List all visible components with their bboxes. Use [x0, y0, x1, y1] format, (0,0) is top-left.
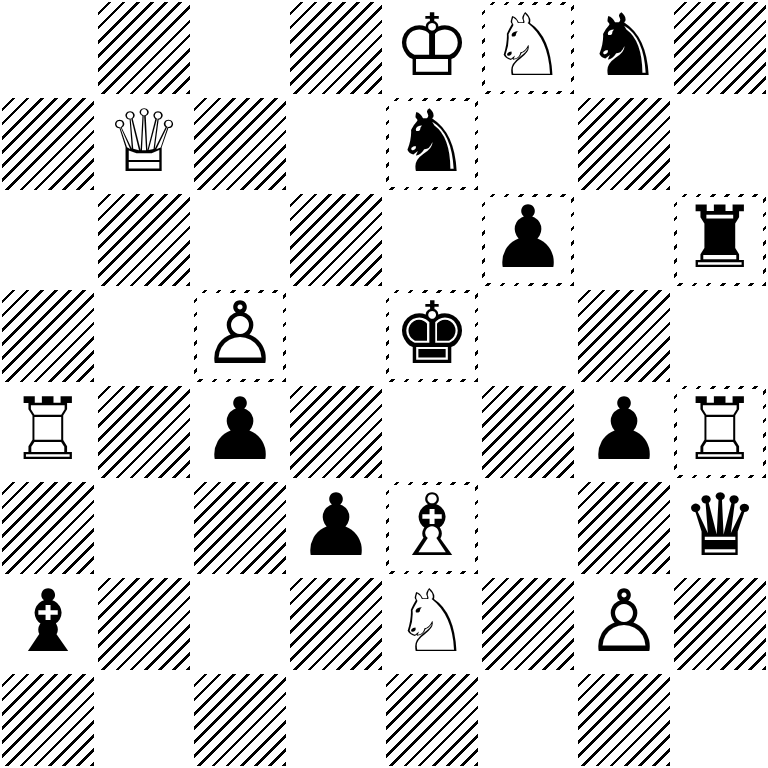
square-f2[interactable] — [480, 576, 576, 672]
piece-black-bishop: ♝ — [9, 576, 86, 669]
piece-white-pawn: ♙ — [201, 288, 278, 381]
square-g6[interactable] — [576, 192, 672, 288]
square-g4[interactable]: ♟ — [576, 384, 672, 480]
square-d4[interactable] — [288, 384, 384, 480]
square-f8[interactable]: ♘ — [480, 0, 576, 96]
piece-black-rook: ♜ — [681, 192, 758, 285]
square-h2[interactable] — [672, 576, 768, 672]
square-a7[interactable] — [0, 96, 96, 192]
square-d3[interactable]: ♟ — [288, 480, 384, 576]
square-f3[interactable] — [480, 480, 576, 576]
square-f4[interactable] — [480, 384, 576, 480]
square-a6[interactable] — [0, 192, 96, 288]
piece-black-pawn: ♟ — [585, 384, 662, 477]
square-b1[interactable] — [96, 672, 192, 768]
square-b4[interactable] — [96, 384, 192, 480]
square-f7[interactable] — [480, 96, 576, 192]
square-d6[interactable] — [288, 192, 384, 288]
square-c1[interactable] — [192, 672, 288, 768]
square-c4[interactable]: ♟ — [192, 384, 288, 480]
square-d7[interactable] — [288, 96, 384, 192]
square-e8[interactable]: ♔ — [384, 0, 480, 96]
square-g3[interactable] — [576, 480, 672, 576]
piece-black-pawn: ♟ — [489, 192, 566, 285]
square-f1[interactable] — [480, 672, 576, 768]
square-g7[interactable] — [576, 96, 672, 192]
square-d8[interactable] — [288, 0, 384, 96]
square-e1[interactable] — [384, 672, 480, 768]
square-d1[interactable] — [288, 672, 384, 768]
piece-white-knight: ♘ — [393, 576, 470, 669]
square-e5[interactable]: ♚ — [384, 288, 480, 384]
piece-white-pawn: ♙ — [585, 576, 662, 669]
square-d2[interactable] — [288, 576, 384, 672]
square-c8[interactable] — [192, 0, 288, 96]
square-b2[interactable] — [96, 576, 192, 672]
square-e6[interactable] — [384, 192, 480, 288]
square-f6[interactable]: ♟ — [480, 192, 576, 288]
piece-black-pawn: ♟ — [201, 384, 278, 477]
square-a1[interactable] — [0, 672, 96, 768]
square-a2[interactable]: ♝ — [0, 576, 96, 672]
piece-white-knight: ♘ — [489, 0, 566, 93]
square-h6[interactable]: ♜ — [672, 192, 768, 288]
square-h5[interactable] — [672, 288, 768, 384]
square-b7[interactable]: ♕ — [96, 96, 192, 192]
chess-board: ♔♘♞♕♞♟♜♙♚♖♟♟♖♟♗♛♝♘♙ — [0, 0, 768, 768]
square-g2[interactable]: ♙ — [576, 576, 672, 672]
piece-black-pawn: ♟ — [297, 480, 374, 573]
square-h4[interactable]: ♖ — [672, 384, 768, 480]
piece-white-bishop: ♗ — [393, 480, 470, 573]
square-c2[interactable] — [192, 576, 288, 672]
square-a4[interactable]: ♖ — [0, 384, 96, 480]
piece-white-queen: ♕ — [105, 96, 182, 189]
piece-black-knight: ♞ — [393, 96, 470, 189]
square-a5[interactable] — [0, 288, 96, 384]
square-f5[interactable] — [480, 288, 576, 384]
square-b8[interactable] — [96, 0, 192, 96]
piece-white-king: ♔ — [393, 0, 470, 93]
piece-black-queen: ♛ — [681, 480, 758, 573]
square-a8[interactable] — [0, 0, 96, 96]
square-c7[interactable] — [192, 96, 288, 192]
square-e3[interactable]: ♗ — [384, 480, 480, 576]
square-d5[interactable] — [288, 288, 384, 384]
piece-white-rook: ♖ — [681, 384, 758, 477]
square-h8[interactable] — [672, 0, 768, 96]
square-c3[interactable] — [192, 480, 288, 576]
square-g1[interactable] — [576, 672, 672, 768]
square-g5[interactable] — [576, 288, 672, 384]
square-b5[interactable] — [96, 288, 192, 384]
piece-white-rook: ♖ — [9, 384, 86, 477]
square-h7[interactable] — [672, 96, 768, 192]
piece-black-knight: ♞ — [585, 0, 662, 93]
square-c6[interactable] — [192, 192, 288, 288]
square-c5[interactable]: ♙ — [192, 288, 288, 384]
square-b6[interactable] — [96, 192, 192, 288]
square-a3[interactable] — [0, 480, 96, 576]
square-g8[interactable]: ♞ — [576, 0, 672, 96]
square-e7[interactable]: ♞ — [384, 96, 480, 192]
piece-black-king: ♚ — [393, 288, 470, 381]
square-e4[interactable] — [384, 384, 480, 480]
square-b3[interactable] — [96, 480, 192, 576]
square-e2[interactable]: ♘ — [384, 576, 480, 672]
square-h1[interactable] — [672, 672, 768, 768]
square-h3[interactable]: ♛ — [672, 480, 768, 576]
